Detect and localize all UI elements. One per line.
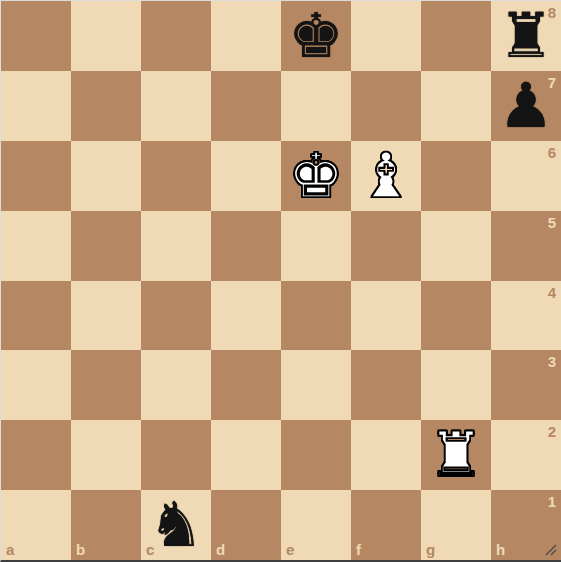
piece-black-rook[interactable]: ♜	[491, 1, 561, 71]
square-e5[interactable]	[281, 211, 351, 281]
square-e1[interactable]: e	[281, 490, 351, 560]
square-a8[interactable]	[1, 1, 71, 71]
square-e8[interactable]: ♚	[281, 1, 351, 71]
square-c8[interactable]	[141, 1, 211, 71]
square-b7[interactable]	[71, 71, 141, 141]
square-f1[interactable]: f	[351, 490, 421, 560]
square-b8[interactable]	[71, 1, 141, 71]
square-a6[interactable]	[1, 141, 71, 211]
piece-black-king[interactable]: ♚	[281, 1, 351, 71]
square-g1[interactable]: g	[421, 490, 491, 560]
square-b3[interactable]	[71, 350, 141, 420]
square-c6[interactable]	[141, 141, 211, 211]
square-a4[interactable]	[1, 281, 71, 351]
square-h6[interactable]: 6	[491, 141, 561, 211]
coord-file-e: e	[286, 542, 294, 557]
coord-file-g: g	[426, 542, 435, 557]
square-e2[interactable]	[281, 420, 351, 490]
coord-rank-2: 2	[548, 424, 556, 439]
square-f4[interactable]	[351, 281, 421, 351]
coord-rank-6: 6	[548, 145, 556, 160]
square-f3[interactable]	[351, 350, 421, 420]
coord-rank-4: 4	[548, 285, 556, 300]
square-g6[interactable]	[421, 141, 491, 211]
square-b5[interactable]	[71, 211, 141, 281]
piece-black-pawn[interactable]: ♟	[491, 71, 561, 141]
coord-rank-5: 5	[548, 215, 556, 230]
square-e3[interactable]	[281, 350, 351, 420]
square-e6[interactable]: ♚	[281, 141, 351, 211]
square-b4[interactable]	[71, 281, 141, 351]
square-f5[interactable]	[351, 211, 421, 281]
square-a5[interactable]	[1, 211, 71, 281]
square-f7[interactable]	[351, 71, 421, 141]
coord-file-b: b	[76, 542, 85, 557]
piece-black-knight[interactable]: ♞	[141, 490, 211, 560]
coord-file-a: a	[6, 542, 14, 557]
piece-white-bishop[interactable]: ♝	[351, 141, 421, 211]
square-h5[interactable]: 5	[491, 211, 561, 281]
coord-file-f: f	[356, 542, 361, 557]
square-c5[interactable]	[141, 211, 211, 281]
square-d5[interactable]	[211, 211, 281, 281]
square-d7[interactable]	[211, 71, 281, 141]
board-container: ♚8♜7♟♚♝6543♜2abc♞defgh1	[0, 0, 561, 562]
square-b1[interactable]: b	[71, 490, 141, 560]
square-e4[interactable]	[281, 281, 351, 351]
square-f8[interactable]	[351, 1, 421, 71]
square-b6[interactable]	[71, 141, 141, 211]
square-g5[interactable]	[421, 211, 491, 281]
square-a3[interactable]	[1, 350, 71, 420]
square-c4[interactable]	[141, 281, 211, 351]
square-c1[interactable]: c♞	[141, 490, 211, 560]
square-d4[interactable]	[211, 281, 281, 351]
square-a2[interactable]	[1, 420, 71, 490]
square-h1[interactable]: h1	[491, 490, 561, 560]
piece-white-rook[interactable]: ♜	[421, 420, 491, 490]
square-a7[interactable]	[1, 71, 71, 141]
piece-white-king[interactable]: ♚	[281, 141, 351, 211]
square-f6[interactable]: ♝	[351, 141, 421, 211]
square-d6[interactable]	[211, 141, 281, 211]
resize-diagonal-icon[interactable]	[543, 542, 559, 558]
square-d3[interactable]	[211, 350, 281, 420]
square-d2[interactable]	[211, 420, 281, 490]
coord-file-h: h	[496, 542, 505, 557]
chess-board: ♚8♜7♟♚♝6543♜2abc♞defgh1	[0, 0, 561, 562]
coord-rank-1: 1	[548, 494, 556, 509]
square-e7[interactable]	[281, 71, 351, 141]
square-h4[interactable]: 4	[491, 281, 561, 351]
coord-file-d: d	[216, 542, 225, 557]
square-c7[interactable]	[141, 71, 211, 141]
square-g8[interactable]	[421, 1, 491, 71]
square-c2[interactable]	[141, 420, 211, 490]
square-b2[interactable]	[71, 420, 141, 490]
square-h3[interactable]: 3	[491, 350, 561, 420]
square-h2[interactable]: 2	[491, 420, 561, 490]
square-g2[interactable]: ♜	[421, 420, 491, 490]
square-d1[interactable]: d	[211, 490, 281, 560]
square-g3[interactable]	[421, 350, 491, 420]
square-a1[interactable]: a	[1, 490, 71, 560]
square-g7[interactable]	[421, 71, 491, 141]
square-h8[interactable]: 8♜	[491, 1, 561, 71]
square-g4[interactable]	[421, 281, 491, 351]
square-h7[interactable]: 7♟	[491, 71, 561, 141]
coord-rank-3: 3	[548, 354, 556, 369]
square-f2[interactable]	[351, 420, 421, 490]
square-d8[interactable]	[211, 1, 281, 71]
square-c3[interactable]	[141, 350, 211, 420]
